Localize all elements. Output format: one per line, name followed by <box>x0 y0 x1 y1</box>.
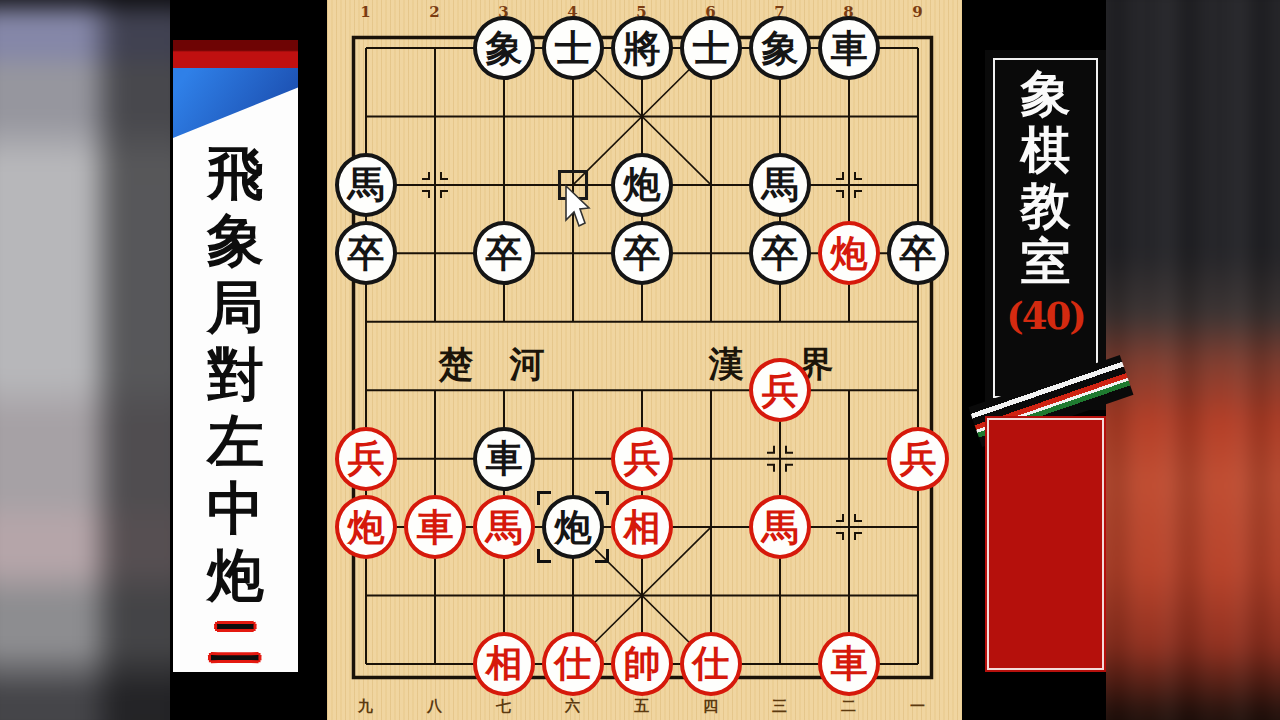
piece-red-cannon[interactable]: 炮 <box>335 495 397 559</box>
episode-badge: (40) <box>985 294 1106 338</box>
piece-black-soldier[interactable]: 卒 <box>473 221 535 285</box>
opening-title-char: 局 <box>173 274 298 341</box>
opening-title-char: 中 <box>173 475 298 542</box>
piece-red-soldier[interactable]: 兵 <box>887 427 949 491</box>
opening-title-char: 對 <box>173 341 298 408</box>
opening-title: 飛象局對左中炮 <box>173 140 298 609</box>
piece-red-chariot[interactable]: 車 <box>404 495 466 559</box>
video-frame: { "game": "xiangqi", "position": { "fen"… <box>0 0 1280 720</box>
file-coordinates-bottom-char: 三 <box>745 697 814 719</box>
file-coordinates-bottom-char: 一 <box>883 697 952 719</box>
piece-black-advisor[interactable]: 士 <box>542 16 604 80</box>
piece-red-chariot[interactable]: 車 <box>818 632 880 696</box>
piece-red-horse[interactable]: 馬 <box>749 495 811 559</box>
pieces-layer: 象士將士象車馬炮馬卒卒卒卒卒炮兵兵車兵兵炮車馬炮相馬相仕帥仕車 <box>332 14 953 698</box>
piece-red-soldier[interactable]: 兵 <box>335 427 397 491</box>
piece-red-cannon[interactable]: 炮 <box>818 221 880 285</box>
piece-black-cannon[interactable]: 炮 <box>542 495 604 559</box>
piece-red-soldier[interactable]: 兵 <box>611 427 673 491</box>
program-title-char: 教 <box>985 178 1106 234</box>
piece-red-advisor[interactable]: 仕 <box>680 632 742 696</box>
mouse-cursor-icon <box>561 182 595 232</box>
opening-title-char: 炮 <box>173 542 298 609</box>
program-title-char: 象 <box>985 66 1106 122</box>
file-coordinates-bottom: 九八七六五四三二一 <box>331 697 952 719</box>
opening-title-char: 左 <box>173 408 298 475</box>
opening-title-char: 飛 <box>173 140 298 207</box>
piece-red-elephant[interactable]: 相 <box>611 495 673 559</box>
banner-blue-wedge <box>173 68 298 138</box>
piece-black-king[interactable]: 將 <box>611 16 673 80</box>
piece-black-elephant[interactable]: 象 <box>473 16 535 80</box>
program-title: 象棋教室 <box>985 66 1106 290</box>
left-title-banner: 飛象局對左中炮 二 <box>173 40 298 672</box>
file-coordinates-bottom-char: 八 <box>400 697 469 719</box>
piece-red-soldier[interactable]: 兵 <box>749 358 811 422</box>
program-panel: 象棋教室 (40) <box>985 50 1106 410</box>
file-coordinates-bottom-char: 五 <box>607 697 676 719</box>
piece-black-elephant[interactable]: 象 <box>749 16 811 80</box>
part-number: 二 <box>173 612 298 672</box>
background-right-blur <box>1106 0 1280 720</box>
banner-red-bar <box>173 40 298 70</box>
file-coordinates-bottom-char: 七 <box>469 697 538 719</box>
piece-black-advisor[interactable]: 士 <box>680 16 742 80</box>
file-coordinates-bottom-char: 二 <box>814 697 883 719</box>
program-title-char: 室 <box>985 234 1106 290</box>
piece-red-king[interactable]: 帥 <box>611 632 673 696</box>
piece-black-horse[interactable]: 馬 <box>335 153 397 217</box>
right-title-banner: 象棋教室 (40) 飛象局 <box>985 50 1106 672</box>
piece-black-chariot[interactable]: 車 <box>818 16 880 80</box>
piece-black-soldier[interactable]: 卒 <box>887 221 949 285</box>
piece-black-cannon[interactable]: 炮 <box>611 153 673 217</box>
piece-red-elephant[interactable]: 相 <box>473 632 535 696</box>
program-title-char: 棋 <box>985 122 1106 178</box>
piece-red-horse[interactable]: 馬 <box>473 495 535 559</box>
piece-black-soldier[interactable]: 卒 <box>611 221 673 285</box>
xiangqi-board: 123456789 九八七六五四三二一 楚河漢界 象士將士象車馬炮馬卒卒卒卒卒炮… <box>327 0 962 720</box>
file-coordinates-bottom-char: 四 <box>676 697 745 719</box>
series-panel: 飛象局 <box>985 416 1106 672</box>
piece-black-horse[interactable]: 馬 <box>749 153 811 217</box>
file-coordinates-bottom-char: 六 <box>538 697 607 719</box>
piece-black-chariot[interactable]: 車 <box>473 427 535 491</box>
piece-black-soldier[interactable]: 卒 <box>749 221 811 285</box>
background-left-blur <box>0 0 170 720</box>
piece-black-soldier[interactable]: 卒 <box>335 221 397 285</box>
file-coordinates-bottom-char: 九 <box>331 697 400 719</box>
piece-red-advisor[interactable]: 仕 <box>542 632 604 696</box>
opening-title-char: 象 <box>173 207 298 274</box>
